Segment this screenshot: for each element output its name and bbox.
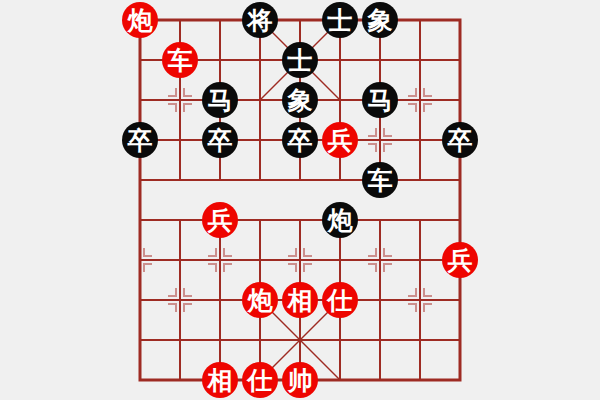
- piece-red-cannon[interactable]: 炮: [122, 2, 158, 38]
- piece-red-pawn[interactable]: 兵: [442, 242, 478, 278]
- piece-red-advisor[interactable]: 仕: [322, 282, 358, 318]
- piece-black-horse[interactable]: 马: [362, 82, 398, 118]
- piece-red-elephant[interactable]: 相: [202, 362, 238, 398]
- piece-black-advisor[interactable]: 士: [322, 2, 358, 38]
- piece-black-pawn[interactable]: 卒: [122, 122, 158, 158]
- piece-black-horse[interactable]: 马: [202, 82, 238, 118]
- piece-red-advisor[interactable]: 仕: [242, 362, 278, 398]
- piece-red-elephant[interactable]: 相: [282, 282, 318, 318]
- piece-black-general[interactable]: 将: [242, 2, 278, 38]
- xiangqi-position-screenshot: 炮车兵兵兵炮相仕相仕帅将士象士马象马卒卒卒卒车炮: [0, 0, 600, 400]
- piece-black-pawn[interactable]: 卒: [282, 122, 318, 158]
- piece-black-pawn[interactable]: 卒: [202, 122, 238, 158]
- piece-red-cannon[interactable]: 炮: [242, 282, 278, 318]
- piece-black-elephant[interactable]: 象: [362, 2, 398, 38]
- piece-red-pawn[interactable]: 兵: [202, 202, 238, 238]
- piece-red-pawn[interactable]: 兵: [322, 122, 358, 158]
- piece-black-chariot[interactable]: 车: [362, 162, 398, 198]
- piece-black-pawn[interactable]: 卒: [442, 122, 478, 158]
- piece-black-advisor[interactable]: 士: [282, 42, 318, 78]
- piece-red-general[interactable]: 帅: [282, 362, 318, 398]
- piece-black-elephant[interactable]: 象: [282, 82, 318, 118]
- piece-black-cannon[interactable]: 炮: [322, 202, 358, 238]
- piece-red-chariot[interactable]: 车: [162, 42, 198, 78]
- xiangqi-board[interactable]: 炮车兵兵兵炮相仕相仕帅将士象士马象马卒卒卒卒车炮: [120, 0, 480, 400]
